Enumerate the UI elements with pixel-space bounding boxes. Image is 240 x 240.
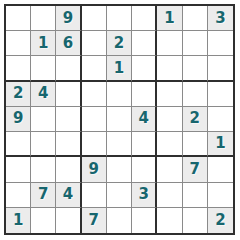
sudoku-cell: 1 [208,132,233,157]
sudoku-cell[interactable] [132,82,157,107]
sudoku-cell[interactable] [132,132,157,157]
sudoku-cell: 1 [31,31,56,56]
sudoku-cell[interactable] [31,6,56,31]
sudoku-cell[interactable] [82,82,107,107]
sudoku-cell[interactable] [107,6,132,31]
sudoku-cell[interactable] [6,31,31,56]
sudoku-cell[interactable] [6,132,31,157]
sudoku-cell[interactable] [82,31,107,56]
sudoku-cell[interactable] [31,157,56,182]
sudoku-app: 913162124942197743172 [0,0,240,240]
sudoku-cell[interactable] [208,157,233,182]
sudoku-cell: 3 [132,183,157,208]
sudoku-cell[interactable] [157,31,182,56]
sudoku-cell: 4 [31,82,56,107]
sudoku-cell[interactable] [208,82,233,107]
sudoku-cell: 3 [208,6,233,31]
sudoku-cell[interactable] [107,132,132,157]
sudoku-cell: 4 [56,183,81,208]
sudoku-cell: 7 [183,157,208,182]
sudoku-cell[interactable] [6,6,31,31]
sudoku-cell[interactable] [6,56,31,81]
sudoku-cell[interactable] [56,82,81,107]
sudoku-cell[interactable] [56,132,81,157]
sudoku-cell: 1 [157,6,182,31]
sudoku-cell[interactable] [107,208,132,233]
sudoku-cell: 2 [107,31,132,56]
sudoku-cell[interactable] [183,31,208,56]
sudoku-cell: 7 [31,183,56,208]
sudoku-cell: 2 [183,107,208,132]
sudoku-cell[interactable] [82,132,107,157]
sudoku-cell[interactable] [107,157,132,182]
sudoku-cell[interactable] [56,56,81,81]
sudoku-cell: 2 [6,82,31,107]
sudoku-cell[interactable] [157,107,182,132]
sudoku-cell: 7 [82,208,107,233]
sudoku-cell[interactable] [157,208,182,233]
sudoku-cell: 9 [56,6,81,31]
sudoku-cell[interactable] [107,183,132,208]
sudoku-cell[interactable] [56,208,81,233]
sudoku-board: 913162124942197743172 [4,4,235,235]
sudoku-cell[interactable] [157,157,182,182]
sudoku-cell[interactable] [132,31,157,56]
sudoku-cell[interactable] [208,183,233,208]
sudoku-cell[interactable] [31,56,56,81]
sudoku-cell[interactable] [183,183,208,208]
sudoku-cell[interactable] [208,56,233,81]
sudoku-cell[interactable] [6,183,31,208]
sudoku-cell[interactable] [157,132,182,157]
sudoku-cell[interactable] [132,157,157,182]
sudoku-cell[interactable] [183,82,208,107]
sudoku-cell[interactable] [183,132,208,157]
sudoku-cell: 6 [56,31,81,56]
sudoku-cell: 9 [6,107,31,132]
sudoku-cell[interactable] [82,6,107,31]
sudoku-cell[interactable] [82,183,107,208]
sudoku-cell: 2 [208,208,233,233]
sudoku-cell[interactable] [157,56,182,81]
sudoku-cell[interactable] [107,107,132,132]
sudoku-cell: 9 [82,157,107,182]
sudoku-cell[interactable] [31,132,56,157]
sudoku-cell[interactable] [157,82,182,107]
sudoku-cell[interactable] [107,82,132,107]
sudoku-cell: 1 [6,208,31,233]
sudoku-cell[interactable] [132,56,157,81]
sudoku-cell[interactable] [208,31,233,56]
sudoku-cell[interactable] [56,157,81,182]
sudoku-cell[interactable] [157,183,182,208]
sudoku-cell[interactable] [31,107,56,132]
sudoku-cell[interactable] [132,208,157,233]
sudoku-cell[interactable] [56,107,81,132]
sudoku-cell[interactable] [132,6,157,31]
sudoku-cell[interactable] [31,208,56,233]
sudoku-cell[interactable] [208,107,233,132]
sudoku-cell[interactable] [82,56,107,81]
sudoku-cell[interactable] [183,56,208,81]
sudoku-cell: 1 [107,56,132,81]
sudoku-cell: 4 [132,107,157,132]
sudoku-cell[interactable] [183,208,208,233]
sudoku-cell[interactable] [6,157,31,182]
sudoku-cell[interactable] [82,107,107,132]
sudoku-cell[interactable] [183,6,208,31]
